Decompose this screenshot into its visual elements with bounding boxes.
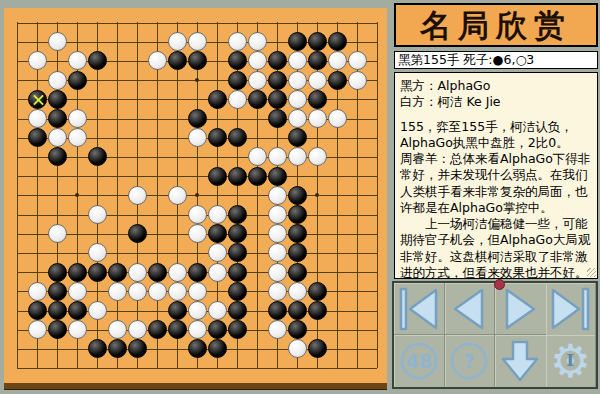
black-stone: [268, 109, 287, 128]
black-stone: [228, 320, 247, 339]
grid-line: [117, 22, 118, 368]
previous-move-button[interactable]: [445, 283, 496, 335]
black-stone: [48, 282, 67, 301]
white-stone: [68, 282, 87, 301]
move-info-bar: 黑第155手 死子:●6,○3: [394, 51, 598, 69]
black-stone: [68, 71, 87, 90]
black-stone: [288, 263, 307, 282]
black-stone-marked: [28, 90, 47, 109]
white-player-line: 白方：柯洁 Ke Jie: [400, 94, 592, 110]
commentary-paragraph: 周睿羊：总体来看AlphaGo下得非常好，并未发现什么弱点。在我们人类棋手看来非…: [400, 151, 592, 216]
white-stone: [208, 243, 227, 262]
white-stone: [288, 147, 307, 166]
black-stone: [308, 90, 327, 109]
black-stone: [228, 243, 247, 262]
white-stone: [168, 282, 187, 301]
white-stone: [28, 109, 47, 128]
black-stone: [308, 282, 327, 301]
next-icon: [498, 287, 542, 331]
white-stone: [188, 224, 207, 243]
next-move-button[interactable]: [495, 283, 546, 335]
black-stone: [228, 167, 247, 186]
down-arrow-icon: [498, 339, 542, 383]
black-player-label: 黑方：: [400, 78, 438, 93]
white-stone: [228, 32, 247, 51]
white-stone: [88, 243, 107, 262]
skip-to-start-icon: [396, 287, 442, 331]
black-stone: [308, 32, 327, 51]
black-stone: [288, 186, 307, 205]
white-stone: [68, 128, 87, 147]
black-stone: [28, 128, 47, 147]
commentary-paragraph: 上一场柯洁偏稳健一些，可能期待官子机会，但AlphaGo大局观非常好。这盘棋柯洁…: [400, 216, 592, 279]
white-stone: [308, 109, 327, 128]
black-stone: [88, 263, 107, 282]
black-stone: [288, 243, 307, 262]
white-stone: [88, 205, 107, 224]
star-point: [195, 193, 199, 197]
white-stone: [188, 205, 207, 224]
black-stone: [288, 128, 307, 147]
move-counter-value: 48: [406, 350, 432, 372]
white-stone: [288, 71, 307, 90]
white-stone: [288, 282, 307, 301]
navigation-panel: 48 ? ⚙ I: [392, 281, 598, 389]
black-stone: [208, 339, 227, 358]
black-stone: [228, 263, 247, 282]
black-stone: [308, 51, 327, 70]
black-stone: [228, 205, 247, 224]
black-stone: [268, 51, 287, 70]
board-bottom-edge: [4, 383, 387, 390]
grid-line: [157, 22, 158, 368]
black-stone: [168, 301, 187, 320]
white-stone: [268, 263, 287, 282]
black-stone: [48, 147, 67, 166]
white-stone: [348, 71, 367, 90]
white-stone: [328, 109, 347, 128]
white-stone: [288, 90, 307, 109]
white-stone: [248, 147, 267, 166]
black-stone: [48, 263, 67, 282]
white-stone: [268, 282, 287, 301]
black-stone: [228, 128, 247, 147]
black-stone: [228, 301, 247, 320]
white-stone: [268, 320, 287, 339]
white-stone: [188, 282, 207, 301]
move-counter-icon: 48: [397, 339, 441, 383]
white-stone: [168, 263, 187, 282]
black-stone: [28, 301, 47, 320]
help-button[interactable]: ?: [445, 335, 496, 387]
black-stone: [228, 282, 247, 301]
help-icon: ?: [447, 339, 491, 383]
black-stone: [268, 71, 287, 90]
black-stone: [228, 71, 247, 90]
white-player-label: 白方：: [400, 94, 438, 109]
black-stone: [308, 301, 327, 320]
white-stone: [248, 51, 267, 70]
black-stone: [268, 167, 287, 186]
white-stone: [268, 147, 287, 166]
app-title: 名局欣赏: [394, 3, 598, 47]
black-stone: [48, 301, 67, 320]
black-stone: [128, 224, 147, 243]
white-stone: [308, 147, 327, 166]
white-stone: [108, 282, 127, 301]
black-stone: [328, 71, 347, 90]
white-stone: [208, 301, 227, 320]
go-board[interactable]: [4, 8, 387, 384]
commentary-paragraph: 155，弈至155手，柯洁认负，AlphaGo执黑中盘胜，2比0。: [400, 119, 592, 152]
white-stone: [148, 282, 167, 301]
black-stone: [188, 109, 207, 128]
white-stone: [48, 224, 67, 243]
black-stone: [268, 301, 287, 320]
black-stone: [48, 90, 67, 109]
black-stone: [248, 167, 267, 186]
white-stone: [28, 51, 47, 70]
black-stone: [168, 51, 187, 70]
white-stone: [268, 243, 287, 262]
grid-line: [17, 368, 377, 369]
white-stone: [348, 51, 367, 70]
black-stone: [108, 339, 127, 358]
grid-line: [377, 22, 378, 368]
white-stone: [188, 320, 207, 339]
black-stone: [108, 263, 127, 282]
help-label: ?: [464, 350, 475, 372]
black-stone: [248, 90, 267, 109]
previous-icon: [447, 287, 491, 331]
black-stone: [148, 320, 167, 339]
white-stone: [48, 32, 67, 51]
white-stone: [48, 128, 67, 147]
black-stone: [288, 301, 307, 320]
skip-to-end-icon: [547, 287, 593, 331]
black-stone: [48, 320, 67, 339]
white-stone: [128, 282, 147, 301]
settings-button[interactable]: ⚙ I: [546, 335, 597, 387]
black-stone: [68, 263, 87, 282]
white-stone: [28, 320, 47, 339]
resize-handle-icon[interactable]: [587, 268, 596, 277]
star-point: [75, 193, 79, 197]
black-stone: [88, 147, 107, 166]
red-dot-indicator: [494, 279, 505, 290]
black-stone: [88, 51, 107, 70]
white-stone: [168, 186, 187, 205]
white-stone: [128, 186, 147, 205]
black-stone: [148, 263, 167, 282]
black-stone: [288, 32, 307, 51]
white-stone: [188, 301, 207, 320]
first-move-button[interactable]: [394, 283, 445, 335]
white-stone: [148, 51, 167, 70]
white-stone: [48, 71, 67, 90]
black-stone: [208, 224, 227, 243]
black-stone: [68, 301, 87, 320]
black-stone: [208, 90, 227, 109]
black-stone: [188, 51, 207, 70]
black-stone: [168, 320, 187, 339]
black-stone: [188, 339, 207, 358]
white-stone: [268, 224, 287, 243]
white-stone: [68, 320, 87, 339]
white-stone: [268, 205, 287, 224]
black-stone: [288, 205, 307, 224]
star-point: [315, 193, 319, 197]
black-stone: [88, 339, 107, 358]
white-stone: [128, 320, 147, 339]
black-stone: [328, 32, 347, 51]
white-stone: [288, 51, 307, 70]
white-stone: [68, 109, 87, 128]
last-move-button[interactable]: [546, 283, 597, 335]
white-stone: [308, 71, 327, 90]
white-stone: [108, 320, 127, 339]
white-stone: [288, 109, 307, 128]
white-stone: [68, 51, 87, 70]
black-stone: [288, 320, 307, 339]
white-stone: [188, 32, 207, 51]
white-player-name: 柯洁 Ke Jie: [438, 94, 501, 109]
white-stone: [88, 301, 107, 320]
right-panel: 名局欣赏 黑第155手 死子:●6,○3 黑方：AlphaGo 白方：柯洁 Ke…: [392, 0, 598, 394]
white-stone: [208, 205, 227, 224]
black-stone: [188, 263, 207, 282]
white-stone: [128, 263, 147, 282]
black-stone: [208, 167, 227, 186]
white-stone: [188, 128, 207, 147]
black-stone: [228, 51, 247, 70]
commentary: 155，弈至155手，柯洁认负，AlphaGo执黑中盘胜，2比0。周睿羊：总体来…: [400, 119, 592, 280]
gear-letter: I: [566, 350, 574, 370]
black-stone: [228, 224, 247, 243]
black-stone: [308, 339, 327, 358]
white-stone: [228, 90, 247, 109]
white-stone: [328, 51, 347, 70]
grid-line: [17, 22, 18, 368]
black-stone: [208, 128, 227, 147]
white-stone: [28, 282, 47, 301]
game-commentary-box: 黑方：AlphaGo 白方：柯洁 Ke Jie 155，弈至155手，柯洁认负，…: [394, 72, 598, 279]
white-stone: [288, 339, 307, 358]
move-counter-button[interactable]: 48: [394, 335, 445, 387]
last-move-x-marker: [32, 94, 45, 107]
star-point: [195, 78, 199, 82]
black-player-line: 黑方：AlphaGo: [400, 78, 592, 94]
white-stone: [168, 32, 187, 51]
download-button[interactable]: [495, 335, 546, 387]
black-stone: [288, 224, 307, 243]
black-stone: [208, 320, 227, 339]
white-stone: [248, 71, 267, 90]
white-stone: [248, 32, 267, 51]
black-stone: [48, 109, 67, 128]
black-stone: [268, 90, 287, 109]
white-stone: [268, 186, 287, 205]
black-player-name: AlphaGo: [438, 78, 491, 93]
white-stone: [208, 263, 227, 282]
black-stone: [128, 339, 147, 358]
